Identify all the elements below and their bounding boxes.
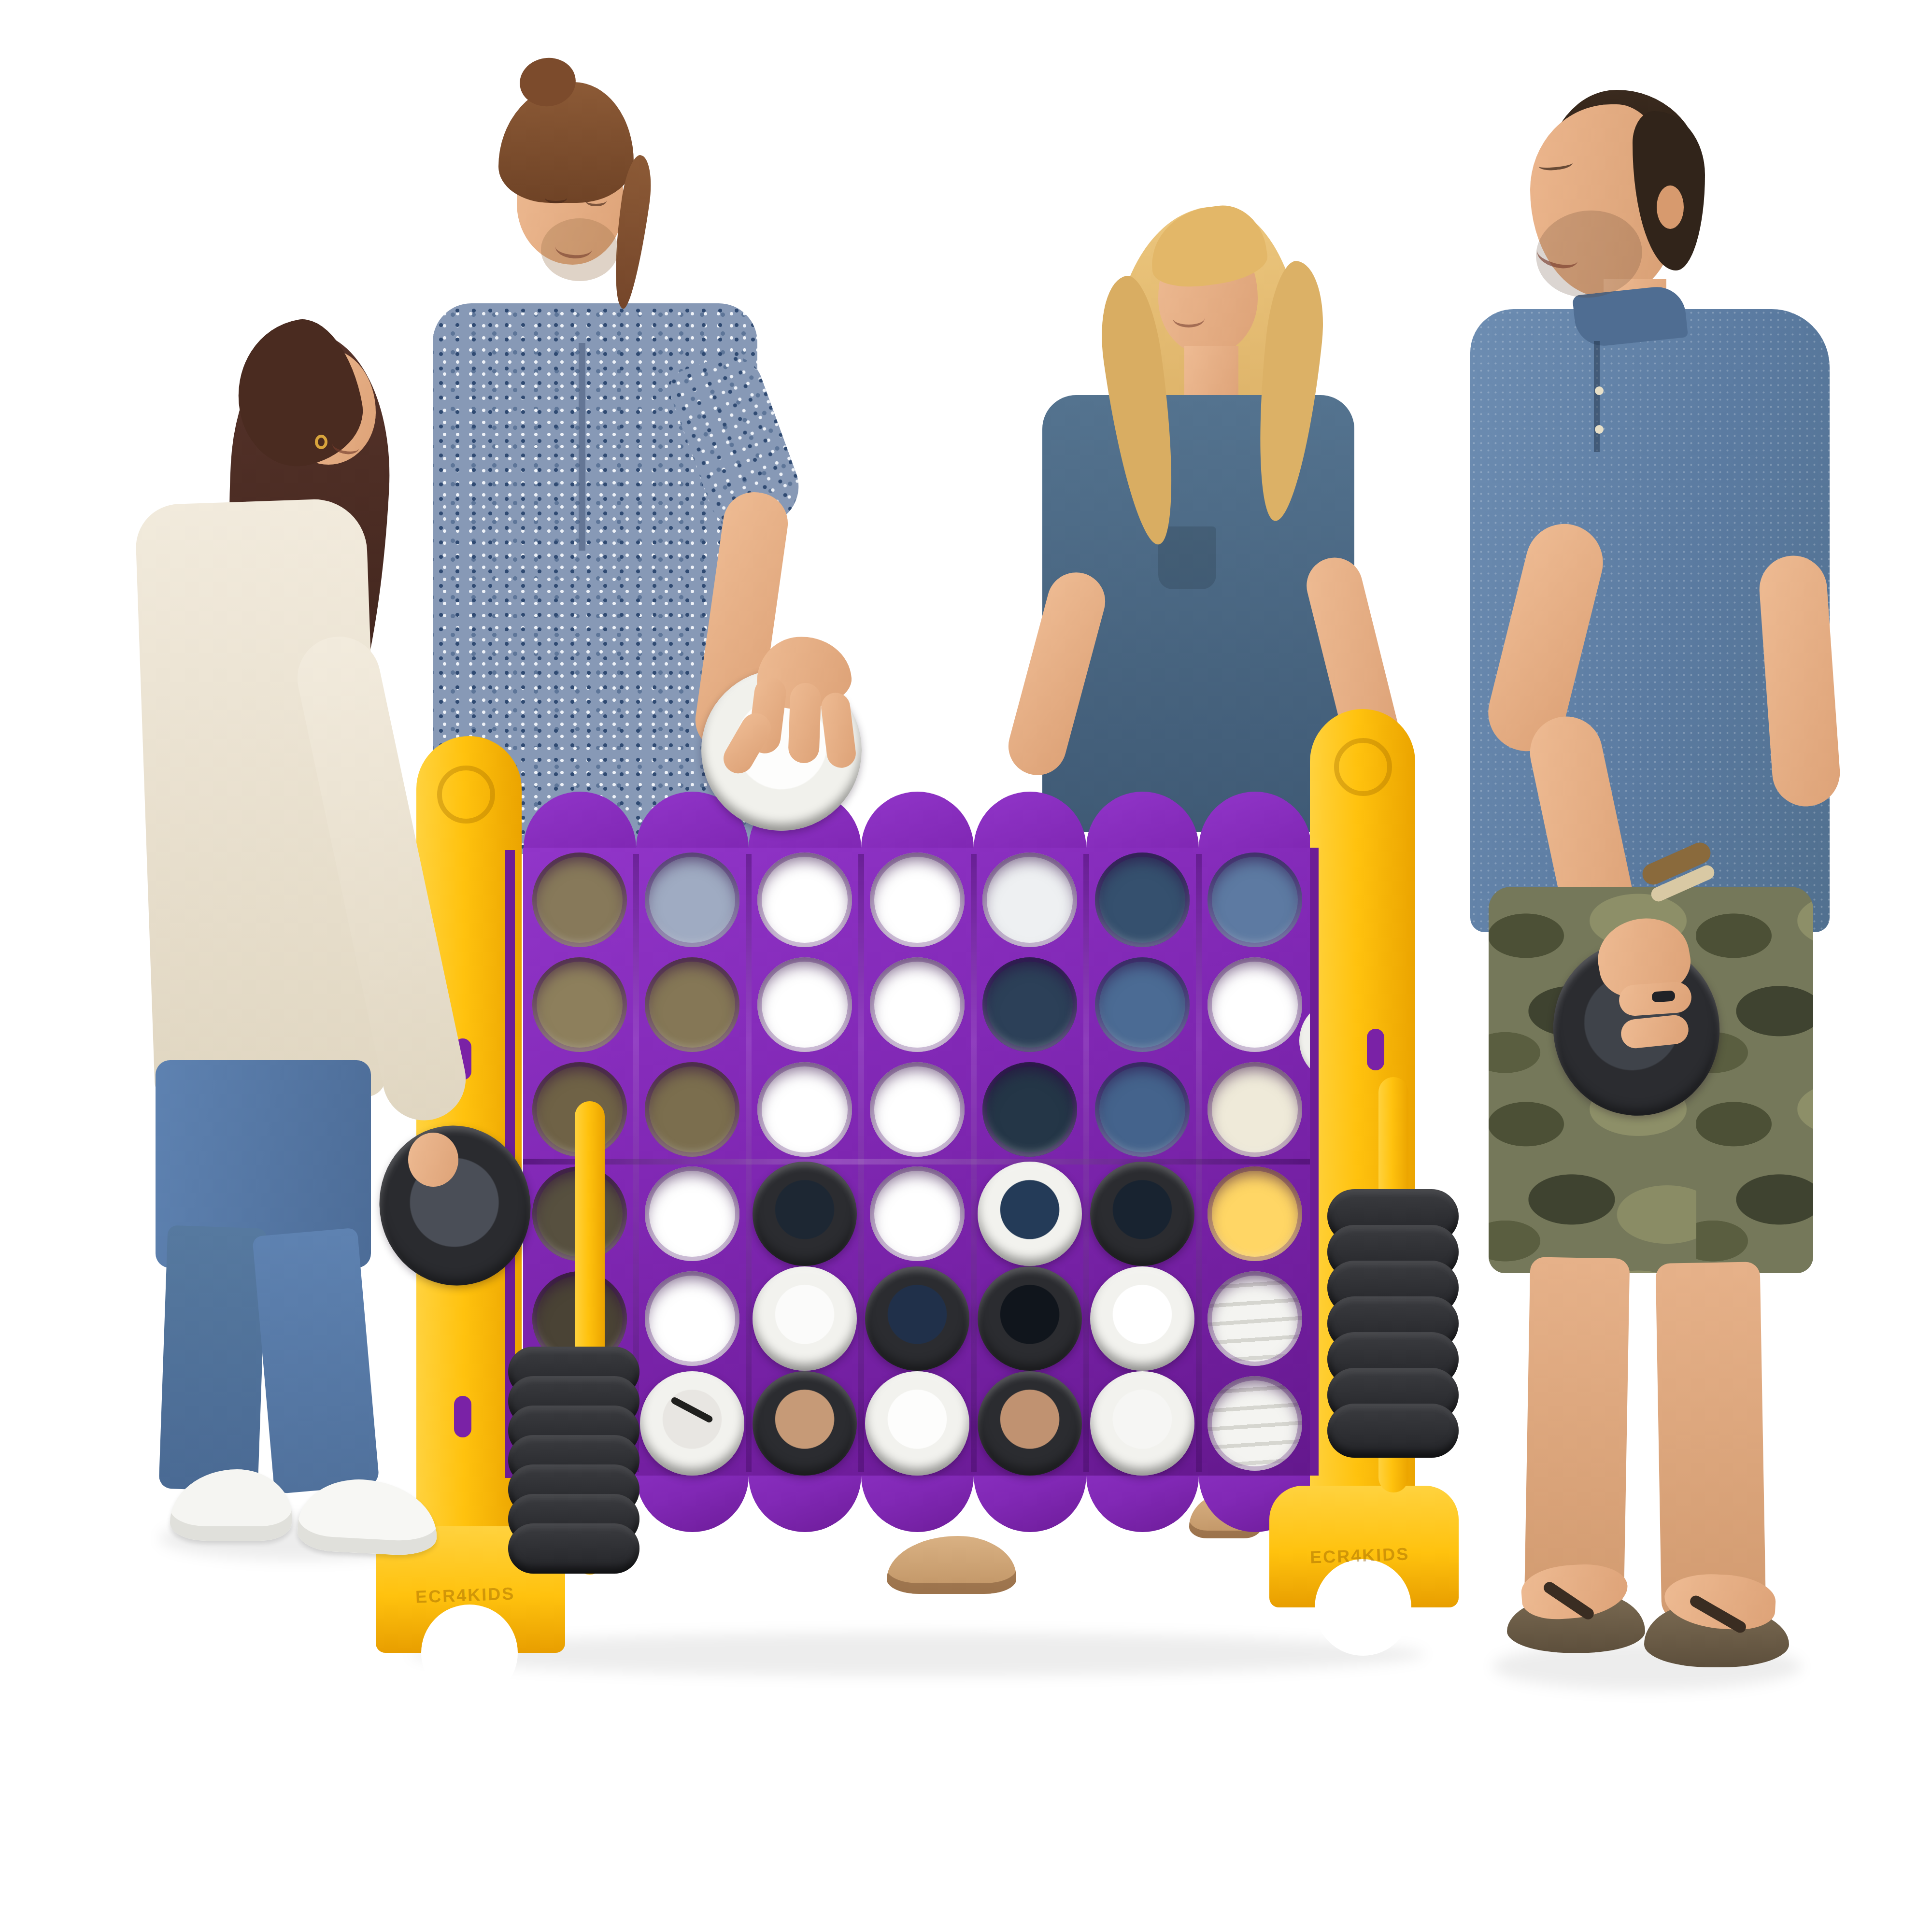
cell-r5c2-empty (645, 1271, 739, 1366)
player-center-eye (585, 195, 607, 206)
player-left-jeans-leg (159, 1225, 267, 1492)
cell-r1c6-empty (1095, 852, 1190, 947)
cell-r4c3-black-disc (753, 1162, 857, 1266)
cell-r5c4-black-disc (865, 1266, 969, 1371)
cell-r3c3-empty (757, 1062, 852, 1157)
cell-r5c6-white-disc (1090, 1266, 1194, 1371)
player-blonde-smile (1173, 309, 1205, 327)
cell-r5c7-empty (1207, 1271, 1302, 1366)
player-right-ear (1657, 185, 1684, 229)
cell-r3c4-empty (870, 1062, 965, 1157)
player-right-polo-button (1595, 386, 1604, 395)
cell-r4c5-white-disc (978, 1162, 1082, 1266)
player-center-hair (498, 82, 634, 203)
cell-r3c5-empty (982, 1062, 1077, 1157)
cell-r6c4-white-disc (865, 1371, 969, 1476)
cell-r6c2-white-disc (640, 1371, 744, 1476)
cell-r2c1-empty (532, 957, 627, 1052)
player-right-polo-placket (1594, 341, 1600, 452)
player-center-finger (788, 682, 822, 764)
cell-r3c7-empty (1207, 1062, 1302, 1157)
cell-r2c7-empty (1207, 957, 1302, 1052)
cell-r4c6-black-disc (1090, 1162, 1194, 1266)
frame-right-foot-arch (1315, 1559, 1411, 1656)
player-center-placket (579, 343, 585, 551)
cell-r6c7-empty (1207, 1376, 1302, 1471)
player-right-ring (1651, 990, 1675, 1002)
frame-left-peg-slot (454, 1396, 471, 1437)
cell-r2c2-empty (645, 957, 739, 1052)
cell-r1c1-empty (532, 852, 627, 947)
frame-right-brand-emboss: ECR4KIDS (1309, 1544, 1409, 1567)
player-right-leg (1524, 1257, 1630, 1611)
cell-r2c3-empty (757, 957, 852, 1052)
player-right-leg (1656, 1262, 1766, 1621)
cell-r5c3-white-disc (753, 1266, 857, 1371)
frame-left-top-recess (437, 766, 495, 824)
storage-disc-black (1327, 1404, 1459, 1458)
cell-r1c7-empty (1207, 852, 1302, 947)
player-blonde-espadrille-shoe (887, 1536, 1016, 1594)
cell-r2c5-empty (982, 957, 1077, 1052)
cell-r5c5-black-disc (978, 1266, 1082, 1371)
cell-r2c6-empty (1095, 957, 1190, 1052)
player-blonde-tshirt-pocket (1158, 526, 1216, 589)
frame-right-peg-slot (1367, 1029, 1384, 1070)
frame-left-brand-emboss: ECR4KIDS (415, 1583, 515, 1607)
player-left-jeans-leg (252, 1228, 380, 1494)
frame-right-top-recess (1334, 738, 1392, 796)
cell-r6c5-black-disc (978, 1371, 1082, 1476)
board-middle-seam (523, 1159, 1311, 1165)
player-left-hand (408, 1133, 458, 1187)
cell-r6c3-black-disc (753, 1371, 857, 1476)
storage-disc-black (508, 1523, 639, 1574)
cell-r1c3-empty (757, 852, 852, 947)
cell-r2c4-empty (870, 957, 965, 1052)
scene-giant-connect-four-photo: ECR4KIDS ECR4KIDS (0, 0, 1932, 1932)
player-left-hoop-earring (315, 435, 327, 449)
cell-r1c2-empty (645, 852, 739, 947)
cell-r1c4-empty (870, 852, 965, 947)
cell-r6c6-white-disc (1090, 1371, 1194, 1476)
shoe-strap-through-hole (670, 1396, 714, 1424)
cell-r1c5-empty (982, 852, 1077, 947)
cell-r4c2-empty (645, 1166, 739, 1261)
player-right-polo-button (1595, 425, 1604, 434)
cell-r3c6-empty (1095, 1062, 1190, 1157)
player-center-eye (545, 192, 567, 203)
frame-right-board-slot (1310, 848, 1319, 1476)
cell-r3c2-empty (645, 1062, 739, 1157)
frame-left-foot-arch (421, 1605, 518, 1701)
cell-r4c7-empty (1207, 1166, 1302, 1261)
cell-r4c4-empty (870, 1166, 965, 1261)
